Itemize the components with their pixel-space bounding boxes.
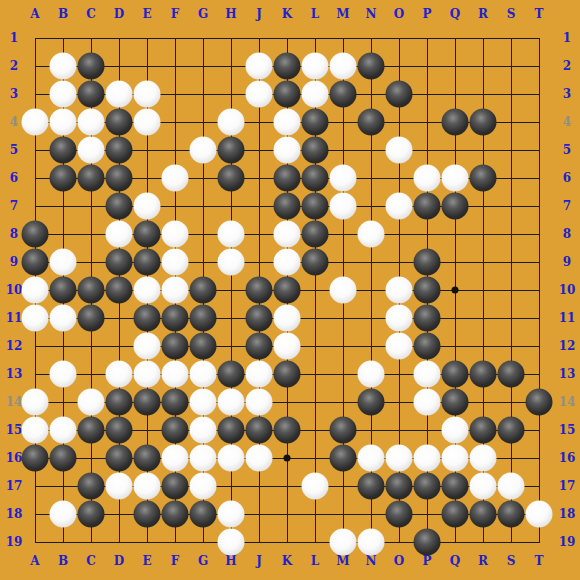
column-label-top: K bbox=[282, 8, 292, 20]
stone-black bbox=[162, 473, 189, 500]
stone-black bbox=[302, 109, 329, 136]
stone-white bbox=[22, 277, 49, 304]
stone-black bbox=[470, 501, 497, 528]
column-label-bottom: D bbox=[114, 555, 124, 567]
stone-black bbox=[274, 417, 301, 444]
stone-black bbox=[246, 277, 273, 304]
row-label-left: 3 bbox=[10, 88, 18, 100]
stone-black bbox=[442, 361, 469, 388]
stone-white bbox=[134, 193, 161, 220]
column-label-bottom: K bbox=[282, 555, 292, 567]
stone-white bbox=[246, 81, 273, 108]
row-label-right: 16 bbox=[559, 452, 576, 464]
row-label-right: 15 bbox=[559, 424, 576, 436]
row-label-left: 18 bbox=[6, 508, 23, 520]
stone-black bbox=[302, 193, 329, 220]
stone-white bbox=[50, 361, 77, 388]
column-label-top: A bbox=[30, 8, 39, 20]
row-label-right: 7 bbox=[563, 200, 571, 212]
stone-black bbox=[134, 501, 161, 528]
stone-black bbox=[498, 361, 525, 388]
stone-white bbox=[302, 53, 329, 80]
stone-black bbox=[414, 305, 441, 332]
stone-black bbox=[50, 165, 77, 192]
stone-white bbox=[274, 109, 301, 136]
stone-black bbox=[22, 249, 49, 276]
stone-white bbox=[526, 501, 553, 528]
stone-black bbox=[442, 109, 469, 136]
stone-black bbox=[78, 305, 105, 332]
stone-black bbox=[106, 389, 133, 416]
row-label-left: 7 bbox=[10, 200, 18, 212]
stone-black bbox=[386, 473, 413, 500]
stone-white bbox=[330, 53, 357, 80]
grid-line-vertical bbox=[539, 38, 540, 543]
grid-line-horizontal bbox=[35, 542, 540, 543]
stone-black bbox=[302, 249, 329, 276]
stone-black bbox=[162, 333, 189, 360]
stone-white bbox=[190, 473, 217, 500]
stone-white bbox=[190, 137, 217, 164]
stone-white bbox=[442, 417, 469, 444]
stone-black bbox=[190, 333, 217, 360]
stone-white bbox=[414, 361, 441, 388]
stone-white bbox=[106, 221, 133, 248]
stone-black bbox=[470, 165, 497, 192]
row-label-left: 14 bbox=[6, 396, 23, 408]
column-label-top: C bbox=[86, 8, 96, 20]
stone-white bbox=[162, 165, 189, 192]
stone-white bbox=[330, 165, 357, 192]
stone-black bbox=[442, 389, 469, 416]
stone-black bbox=[274, 193, 301, 220]
stone-white bbox=[274, 137, 301, 164]
column-label-top: R bbox=[478, 8, 488, 20]
row-label-left: 17 bbox=[6, 480, 23, 492]
stone-white bbox=[470, 445, 497, 472]
stone-black bbox=[414, 333, 441, 360]
stone-black bbox=[134, 445, 161, 472]
stone-white bbox=[442, 165, 469, 192]
stone-white bbox=[162, 361, 189, 388]
stone-black bbox=[106, 249, 133, 276]
stone-white bbox=[386, 305, 413, 332]
stone-white bbox=[50, 501, 77, 528]
stone-white bbox=[386, 193, 413, 220]
stone-black bbox=[106, 445, 133, 472]
row-label-left: 1 bbox=[10, 32, 18, 44]
stone-white bbox=[218, 529, 245, 556]
column-label-top: N bbox=[366, 8, 377, 20]
stone-black bbox=[162, 417, 189, 444]
stone-black bbox=[162, 389, 189, 416]
stone-white bbox=[134, 109, 161, 136]
column-label-bottom: S bbox=[507, 555, 516, 567]
row-label-right: 17 bbox=[559, 480, 576, 492]
column-label-bottom: L bbox=[311, 555, 319, 567]
row-label-right: 12 bbox=[559, 340, 576, 352]
stone-black bbox=[50, 445, 77, 472]
row-label-right: 4 bbox=[563, 116, 571, 128]
stone-black bbox=[330, 445, 357, 472]
stone-white bbox=[386, 137, 413, 164]
stone-black bbox=[106, 137, 133, 164]
stone-black bbox=[470, 417, 497, 444]
stone-black bbox=[78, 165, 105, 192]
column-label-bottom: C bbox=[86, 555, 96, 567]
stone-white bbox=[274, 305, 301, 332]
star-point bbox=[452, 287, 459, 294]
stone-black bbox=[386, 501, 413, 528]
stone-black bbox=[442, 473, 469, 500]
stone-white bbox=[134, 333, 161, 360]
column-label-top: G bbox=[198, 8, 208, 20]
stone-white bbox=[78, 109, 105, 136]
row-label-left: 2 bbox=[10, 60, 18, 72]
row-label-left: 8 bbox=[10, 228, 18, 240]
stone-black bbox=[106, 277, 133, 304]
stone-white bbox=[22, 389, 49, 416]
row-label-right: 3 bbox=[563, 88, 571, 100]
stone-black bbox=[50, 277, 77, 304]
column-label-bottom: O bbox=[394, 555, 404, 567]
stone-white bbox=[162, 249, 189, 276]
go-board[interactable]: ABCDEFGHJKLMNOPQRST ABCDEFGHJKLMNOPQRST … bbox=[0, 0, 580, 580]
column-label-bottom: P bbox=[422, 555, 431, 567]
stone-white bbox=[218, 109, 245, 136]
column-label-top: J bbox=[256, 8, 262, 20]
stone-white bbox=[22, 417, 49, 444]
stone-white bbox=[134, 81, 161, 108]
column-label-top: O bbox=[394, 8, 404, 20]
row-label-left: 13 bbox=[6, 368, 23, 380]
column-label-top: Q bbox=[450, 8, 460, 20]
stone-black bbox=[78, 53, 105, 80]
row-label-left: 6 bbox=[10, 172, 18, 184]
stone-black bbox=[162, 501, 189, 528]
stone-white bbox=[498, 473, 525, 500]
column-label-bottom: A bbox=[30, 555, 39, 567]
stone-white bbox=[190, 417, 217, 444]
column-label-bottom: B bbox=[58, 555, 68, 567]
stone-black bbox=[78, 473, 105, 500]
stone-white bbox=[50, 305, 77, 332]
stone-black bbox=[134, 249, 161, 276]
stone-white bbox=[218, 221, 245, 248]
row-label-left: 5 bbox=[10, 144, 18, 156]
column-label-top: L bbox=[311, 8, 319, 20]
stone-black bbox=[218, 137, 245, 164]
row-label-right: 19 bbox=[559, 536, 576, 548]
stone-black bbox=[414, 249, 441, 276]
stone-white bbox=[50, 109, 77, 136]
column-label-top: F bbox=[171, 8, 180, 20]
stone-white bbox=[330, 529, 357, 556]
stone-white bbox=[106, 473, 133, 500]
column-label-bottom: Q bbox=[450, 555, 460, 567]
stone-black bbox=[134, 221, 161, 248]
column-label-top: D bbox=[114, 8, 124, 20]
stone-white bbox=[50, 53, 77, 80]
column-label-bottom: H bbox=[225, 555, 236, 567]
column-label-bottom: N bbox=[366, 555, 377, 567]
stone-white bbox=[50, 249, 77, 276]
stone-white bbox=[134, 361, 161, 388]
stone-white bbox=[302, 473, 329, 500]
stone-white bbox=[246, 445, 273, 472]
column-label-top: H bbox=[225, 8, 236, 20]
stone-white bbox=[386, 333, 413, 360]
stone-black bbox=[274, 277, 301, 304]
stone-white bbox=[302, 81, 329, 108]
stone-black bbox=[22, 445, 49, 472]
stone-black bbox=[78, 277, 105, 304]
stone-white bbox=[78, 137, 105, 164]
stone-black bbox=[358, 389, 385, 416]
row-label-right: 13 bbox=[559, 368, 576, 380]
stone-white bbox=[470, 473, 497, 500]
stone-black bbox=[330, 417, 357, 444]
column-label-bottom: T bbox=[535, 555, 544, 567]
stone-white bbox=[134, 473, 161, 500]
stone-black bbox=[78, 501, 105, 528]
stone-black bbox=[442, 501, 469, 528]
column-label-bottom: E bbox=[142, 555, 151, 567]
stone-white bbox=[134, 277, 161, 304]
stone-black bbox=[22, 221, 49, 248]
column-label-bottom: R bbox=[478, 555, 488, 567]
stone-white bbox=[386, 277, 413, 304]
stone-black bbox=[78, 81, 105, 108]
stone-white bbox=[190, 361, 217, 388]
stone-black bbox=[190, 501, 217, 528]
stone-black bbox=[358, 109, 385, 136]
stone-black bbox=[414, 277, 441, 304]
stone-white bbox=[358, 529, 385, 556]
stone-white bbox=[246, 389, 273, 416]
stone-white bbox=[218, 445, 245, 472]
stone-black bbox=[302, 221, 329, 248]
stone-black bbox=[274, 361, 301, 388]
row-label-right: 10 bbox=[559, 284, 576, 296]
stone-black bbox=[302, 137, 329, 164]
row-label-left: 10 bbox=[6, 284, 23, 296]
row-label-left: 15 bbox=[6, 424, 23, 436]
stone-white bbox=[22, 305, 49, 332]
row-label-right: 8 bbox=[563, 228, 571, 240]
stone-black bbox=[386, 81, 413, 108]
stone-black bbox=[106, 417, 133, 444]
stone-black bbox=[218, 361, 245, 388]
stone-white bbox=[218, 501, 245, 528]
stone-white bbox=[274, 249, 301, 276]
stone-black bbox=[246, 305, 273, 332]
stone-black bbox=[218, 165, 245, 192]
column-label-bottom: J bbox=[256, 555, 262, 567]
column-label-top: S bbox=[507, 8, 516, 20]
star-point bbox=[284, 455, 291, 462]
row-label-right: 14 bbox=[559, 396, 576, 408]
stone-white bbox=[218, 249, 245, 276]
stone-white bbox=[218, 389, 245, 416]
column-label-bottom: G bbox=[198, 555, 208, 567]
column-label-top: B bbox=[58, 8, 68, 20]
stone-white bbox=[50, 417, 77, 444]
stone-black bbox=[358, 53, 385, 80]
column-label-top: T bbox=[535, 8, 544, 20]
stone-white bbox=[190, 389, 217, 416]
column-label-bottom: M bbox=[336, 555, 349, 567]
stone-black bbox=[106, 193, 133, 220]
row-label-right: 9 bbox=[563, 256, 571, 268]
stone-white bbox=[162, 445, 189, 472]
stone-black bbox=[106, 109, 133, 136]
stone-black bbox=[190, 305, 217, 332]
stone-white bbox=[162, 221, 189, 248]
stone-white bbox=[50, 81, 77, 108]
stone-black bbox=[470, 109, 497, 136]
stone-white bbox=[330, 193, 357, 220]
stone-white bbox=[246, 53, 273, 80]
stone-black bbox=[134, 389, 161, 416]
stone-black bbox=[218, 417, 245, 444]
stone-black bbox=[470, 361, 497, 388]
stone-black bbox=[274, 53, 301, 80]
stone-white bbox=[414, 389, 441, 416]
stone-black bbox=[330, 81, 357, 108]
row-label-left: 19 bbox=[6, 536, 23, 548]
stone-black bbox=[274, 165, 301, 192]
stone-white bbox=[106, 361, 133, 388]
stone-white bbox=[358, 221, 385, 248]
stone-white bbox=[106, 81, 133, 108]
stone-black bbox=[498, 501, 525, 528]
row-label-right: 6 bbox=[563, 172, 571, 184]
row-label-left: 12 bbox=[6, 340, 23, 352]
stone-white bbox=[414, 445, 441, 472]
row-label-right: 18 bbox=[559, 508, 576, 520]
column-label-bottom: F bbox=[171, 555, 180, 567]
grid-line-vertical bbox=[511, 38, 512, 543]
stone-black bbox=[302, 165, 329, 192]
stone-black bbox=[106, 165, 133, 192]
stone-white bbox=[246, 361, 273, 388]
row-label-right: 1 bbox=[563, 32, 571, 44]
stone-black bbox=[50, 137, 77, 164]
row-label-left: 9 bbox=[10, 256, 18, 268]
stone-black bbox=[246, 417, 273, 444]
stone-white bbox=[358, 361, 385, 388]
row-label-right: 11 bbox=[559, 312, 576, 324]
stone-black bbox=[274, 81, 301, 108]
stone-black bbox=[358, 473, 385, 500]
column-label-top: P bbox=[422, 8, 431, 20]
row-label-right: 2 bbox=[563, 60, 571, 72]
stone-white bbox=[274, 221, 301, 248]
stone-white bbox=[386, 445, 413, 472]
row-label-right: 5 bbox=[563, 144, 571, 156]
stone-white bbox=[162, 277, 189, 304]
stone-black bbox=[78, 417, 105, 444]
stone-white bbox=[274, 333, 301, 360]
stone-black bbox=[190, 277, 217, 304]
stone-black bbox=[162, 305, 189, 332]
column-label-top: E bbox=[142, 8, 151, 20]
row-label-left: 11 bbox=[6, 312, 23, 324]
stone-black bbox=[414, 529, 441, 556]
stone-black bbox=[246, 333, 273, 360]
stone-white bbox=[22, 109, 49, 136]
stone-white bbox=[78, 389, 105, 416]
stone-black bbox=[134, 305, 161, 332]
stone-white bbox=[330, 277, 357, 304]
stone-white bbox=[358, 445, 385, 472]
stone-black bbox=[442, 193, 469, 220]
stone-black bbox=[498, 417, 525, 444]
row-label-left: 16 bbox=[6, 452, 23, 464]
stone-black bbox=[526, 389, 553, 416]
stone-black bbox=[414, 473, 441, 500]
row-label-left: 4 bbox=[10, 116, 18, 128]
stone-white bbox=[190, 445, 217, 472]
stone-white bbox=[442, 445, 469, 472]
stone-white bbox=[414, 165, 441, 192]
stone-black bbox=[414, 193, 441, 220]
column-label-top: M bbox=[336, 8, 349, 20]
